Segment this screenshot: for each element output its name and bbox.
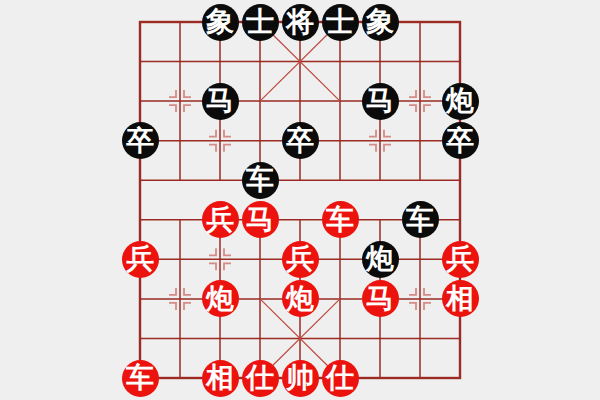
piece-black-horse[interactable]: 马 — [202, 83, 239, 120]
piece-black-horse[interactable]: 马 — [362, 83, 399, 120]
piece-red-cannon[interactable]: 炮 — [202, 280, 239, 317]
piece-black-advisor[interactable]: 士 — [322, 4, 359, 41]
piece-red-pawn[interactable]: 兵 — [202, 201, 239, 238]
piece-black-elephant[interactable]: 象 — [362, 4, 399, 41]
piece-black-advisor[interactable]: 士 — [242, 4, 279, 41]
piece-black-pawn[interactable]: 卒 — [442, 122, 479, 159]
pieces-layer: 象士将士象马马炮卒卒卒车兵马车车兵兵炮兵炮炮马相车相仕帅仕 — [0, 0, 600, 400]
piece-red-elephant[interactable]: 相 — [442, 280, 479, 317]
piece-red-rook[interactable]: 车 — [322, 201, 359, 238]
piece-black-pawn[interactable]: 卒 — [282, 122, 319, 159]
piece-red-rook[interactable]: 车 — [122, 360, 159, 397]
piece-red-cannon[interactable]: 炮 — [282, 280, 319, 317]
piece-black-rook[interactable]: 车 — [402, 201, 439, 238]
piece-red-elephant[interactable]: 相 — [202, 360, 239, 397]
piece-red-pawn[interactable]: 兵 — [442, 241, 479, 278]
piece-red-horse[interactable]: 马 — [242, 201, 279, 238]
xiangqi-app: 象士将士象马马炮卒卒卒车兵马车车兵兵炮兵炮炮马相车相仕帅仕 — [0, 0, 600, 400]
piece-red-advisor[interactable]: 仕 — [242, 360, 279, 397]
piece-black-cannon[interactable]: 炮 — [362, 241, 399, 278]
piece-black-cannon[interactable]: 炮 — [442, 83, 479, 120]
piece-red-advisor[interactable]: 仕 — [322, 360, 359, 397]
piece-red-horse[interactable]: 马 — [362, 280, 399, 317]
piece-red-pawn[interactable]: 兵 — [282, 241, 319, 278]
piece-black-elephant[interactable]: 象 — [202, 4, 239, 41]
piece-black-pawn[interactable]: 卒 — [122, 122, 159, 159]
piece-black-general[interactable]: 将 — [282, 4, 319, 41]
piece-black-rook[interactable]: 车 — [242, 162, 279, 199]
piece-red-pawn[interactable]: 兵 — [122, 241, 159, 278]
xiangqi-board[interactable]: 象士将士象马马炮卒卒卒车兵马车车兵兵炮兵炮炮马相车相仕帅仕 — [0, 0, 600, 400]
piece-red-king[interactable]: 帅 — [282, 360, 319, 397]
